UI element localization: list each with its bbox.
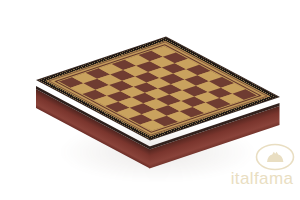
- product-photo: italfama: [0, 0, 300, 200]
- italfama-emblem-icon: [255, 143, 295, 171]
- brand-name: italfama: [226, 170, 298, 188]
- brand-watermark: italfama: [226, 143, 298, 193]
